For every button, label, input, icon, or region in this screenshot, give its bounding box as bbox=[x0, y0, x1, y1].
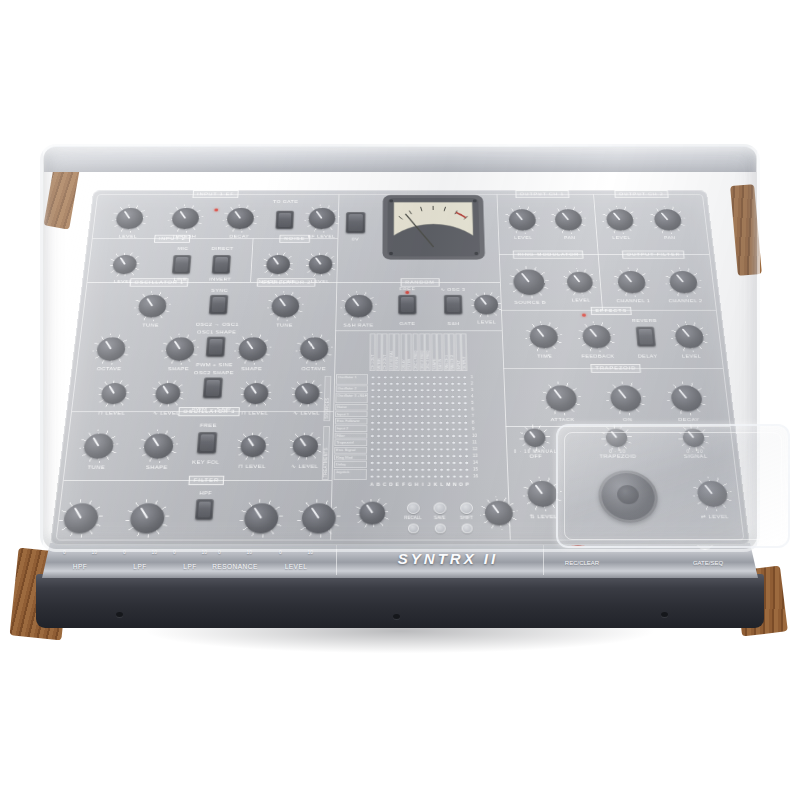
knob-label: OCTAVE bbox=[96, 366, 121, 371]
pwm-saw-label: PWM ↔ SAW bbox=[192, 406, 231, 411]
matrix-row-label: Oscillator 2 bbox=[336, 386, 368, 392]
matrix-row-number: 14 bbox=[473, 460, 483, 467]
section-header-noise: NOISE bbox=[279, 235, 309, 243]
knob-label: LEVEL bbox=[612, 235, 631, 239]
product-photo-scene: 010HPF 010LPF 010LPF 010RESONANCE 010LEV… bbox=[0, 0, 800, 800]
knob-cap bbox=[555, 209, 583, 230]
knob-osc1-level-sine[interactable]: ∿ LEVEL bbox=[155, 383, 181, 404]
invert-label: INVERT bbox=[209, 277, 231, 281]
section-header-effects: EFFECTS bbox=[591, 307, 632, 315]
section-header-output-filter: OUTPUT FILTER bbox=[622, 251, 685, 259]
knob-fx-level[interactable]: LEVEL bbox=[674, 325, 704, 348]
knob-cap bbox=[566, 272, 593, 293]
sh-label: S&H bbox=[447, 321, 460, 326]
mic-label: MIC bbox=[177, 246, 188, 250]
matrix-column-headers: CH 1 OUTMETERCH 2 OUTENV SIGNALREVERBDEL… bbox=[370, 334, 468, 372]
key-fol-label: KEY FOL bbox=[192, 460, 220, 465]
knob-label: TUNE bbox=[276, 323, 293, 328]
section-header-random: RANDOM bbox=[401, 278, 440, 286]
free-keyfol-switch[interactable] bbox=[197, 432, 218, 454]
knob-cap bbox=[545, 385, 577, 411]
knob-fx-time[interactable]: TIME bbox=[529, 325, 558, 348]
switch-rocker bbox=[209, 339, 223, 355]
knob-label: LEVEL bbox=[477, 320, 496, 325]
knob-label: LEVEL bbox=[113, 279, 132, 283]
matrix-column-letter: P bbox=[464, 482, 471, 488]
osc1-shape-switch[interactable] bbox=[206, 337, 226, 357]
hpf-label: HPF bbox=[199, 490, 212, 495]
divider bbox=[335, 330, 502, 331]
section-header-filter: FILTER bbox=[188, 476, 224, 485]
screw bbox=[116, 612, 123, 617]
matrix-row-label: Oscillator 3 +S&H bbox=[335, 393, 367, 404]
matrix-column-label: OSC 1 FREQ bbox=[413, 334, 418, 372]
switch-rocker bbox=[212, 297, 226, 312]
matrix-column-label: CH 1 OUT bbox=[370, 334, 376, 372]
knob-label: EF LEVEL bbox=[307, 234, 335, 238]
preset-button[interactable] bbox=[435, 524, 446, 534]
filter-scale-lpf1: 010LPF bbox=[115, 549, 165, 573]
direct-invert-switch[interactable] bbox=[212, 255, 231, 274]
led-indicator bbox=[405, 291, 409, 294]
rec-clear-label: REC/CLEAR bbox=[565, 560, 599, 566]
knob-outfilter-ch2[interactable]: CHANNEL 2 bbox=[669, 271, 699, 293]
knob-cap bbox=[509, 209, 537, 230]
knob-sh-rate[interactable]: S&H RATE bbox=[345, 295, 373, 318]
knob-osc1-tune[interactable]: TUNE bbox=[138, 295, 168, 318]
knob-joystick-level-v[interactable]: ⇅ LEVEL bbox=[527, 481, 558, 507]
knob-osc1-shape[interactable]: SHAPE bbox=[165, 337, 195, 360]
matrix-row-label: Input 1 bbox=[335, 411, 368, 417]
matrix-column-label: REVERB bbox=[395, 334, 400, 372]
direct-label: DIRECT bbox=[211, 246, 233, 250]
matrix-column-label: DELAY bbox=[401, 334, 406, 372]
led-indicator bbox=[214, 209, 218, 212]
knob-fx-feedback[interactable]: FEEDBACK bbox=[582, 325, 612, 348]
line-label: LINE bbox=[173, 277, 187, 281]
save-button[interactable] bbox=[433, 502, 446, 513]
knob-noise-tone[interactable]: NOISE TONE bbox=[266, 255, 290, 274]
knob-cap bbox=[582, 325, 612, 348]
knob-label: TUNE bbox=[142, 323, 159, 328]
off-scale: 0 · 10 MANUALOFF bbox=[504, 449, 566, 458]
matrix-row-label: Noise bbox=[335, 404, 367, 410]
matrix-row-number: 15 bbox=[473, 466, 483, 473]
mic-line-switch[interactable] bbox=[172, 255, 192, 274]
reverb-label: REVERB bbox=[632, 318, 657, 323]
matrix-row-labels: Oscillator 1Oscillator 2Oscillator 3 +S&… bbox=[334, 374, 368, 480]
knob-label: ON bbox=[623, 417, 633, 422]
knob-osc3-level-pulse[interactable]: ⊓ LEVEL bbox=[240, 435, 266, 457]
knob-label: FEEDBACK bbox=[581, 354, 615, 359]
joystick[interactable] bbox=[597, 471, 660, 523]
matrix-column-label: FILTER bbox=[407, 334, 412, 372]
random-free-label: FREE bbox=[399, 287, 415, 291]
save-label: SAVE bbox=[434, 516, 446, 520]
matrix-row-number: 13 bbox=[473, 453, 483, 460]
lip-seam bbox=[336, 545, 337, 575]
matrix-row-number: 10 bbox=[472, 433, 482, 440]
matrix-row-label: Joystick bbox=[334, 469, 367, 480]
matrix-row-label: Filter bbox=[335, 432, 368, 438]
knob-preset-left[interactable] bbox=[359, 502, 385, 525]
knob-label: LEVEL bbox=[311, 279, 330, 283]
sync-label: SYNC bbox=[211, 288, 228, 292]
switch-rocker bbox=[401, 297, 414, 312]
knob-label: ⇅ LEVEL bbox=[529, 513, 557, 519]
knob-seq-off[interactable] bbox=[524, 429, 546, 447]
knob-ef-level[interactable]: EF LEVEL bbox=[308, 208, 335, 229]
matrix-row-number: 16 bbox=[473, 473, 483, 480]
knob-seq-signal[interactable] bbox=[682, 429, 705, 447]
matrix-column-label: PAN CH 2 bbox=[449, 334, 455, 372]
knob-trap-attack[interactable]: ATTACK bbox=[545, 385, 577, 411]
knob-joystick-level-h[interactable]: ⇄ LEVEL bbox=[696, 481, 728, 507]
knob-osc1-octave[interactable]: OCTAVE bbox=[96, 337, 126, 360]
section-header-input1ef: INPUT 1 EF bbox=[192, 190, 238, 198]
matrix-column-label: OSC 2 FREQ bbox=[419, 334, 424, 372]
knob-label: DECAY bbox=[678, 417, 700, 422]
matrix-row-numbers: 12345678910111213141516 bbox=[471, 374, 484, 480]
vu-meter bbox=[382, 195, 486, 260]
matrix-column-label: ENV SIGNAL bbox=[388, 334, 393, 372]
knob-filter-hpf[interactable] bbox=[62, 503, 99, 533]
osc3-sine-label: ∿ OSC 3 bbox=[440, 287, 465, 292]
knob-cap bbox=[527, 481, 558, 507]
knob-label: ⇄ LEVEL bbox=[701, 513, 730, 519]
switch-rocker bbox=[639, 329, 653, 344]
section-header-trapezoid: TRAPEZOID bbox=[591, 364, 642, 373]
knob-label: TIME bbox=[537, 354, 552, 359]
knob-osc3-tune[interactable]: TUNE bbox=[83, 434, 115, 459]
cover-back-rim bbox=[44, 146, 756, 172]
divider bbox=[593, 195, 598, 255]
knob-input1-decay[interactable]: DECAY bbox=[226, 208, 254, 229]
knob-label: LEVEL bbox=[571, 298, 590, 303]
led-indicator bbox=[582, 314, 586, 317]
matrix-row-label: Ring Mod bbox=[334, 454, 367, 460]
front-edge-strip: 010HPF 010LPF 010LPF 010RESONANCE 010LEV… bbox=[42, 543, 758, 578]
knob-ch2-pan[interactable]: PAN bbox=[653, 209, 682, 230]
knob-filter-level[interactable] bbox=[301, 503, 336, 533]
shift-label: SHIFT bbox=[460, 516, 473, 520]
matrix-column-label: OSC 3 FREQ bbox=[425, 334, 431, 372]
knob-cap bbox=[474, 295, 498, 315]
knob-cap bbox=[485, 501, 514, 526]
sh-switch[interactable] bbox=[444, 295, 463, 315]
wood-cheek-top-right bbox=[730, 184, 762, 276]
knob-cap bbox=[605, 429, 628, 447]
knob-filter-resonance[interactable] bbox=[244, 503, 279, 533]
osc2-shape-switch[interactable] bbox=[203, 377, 223, 398]
knob-preset-right[interactable] bbox=[485, 501, 514, 526]
osc2-to-osc1-label: OSC2 → OSC1 bbox=[196, 322, 239, 327]
knob-label: SHAPE bbox=[241, 366, 262, 371]
knob-label: CHANNEL 2 bbox=[668, 299, 702, 304]
matrix-row-label: Env. Signal bbox=[334, 447, 367, 453]
matrix-row-label: Delay bbox=[334, 461, 367, 467]
knob-osc3-level-sine[interactable]: ∿ LEVEL bbox=[292, 435, 318, 457]
zero-v-switch[interactable] bbox=[346, 212, 366, 233]
signal-scale: 0 · 10SIGNAL bbox=[664, 449, 727, 458]
knob-trap-on[interactable]: ON bbox=[610, 385, 643, 411]
switch-rocker bbox=[206, 380, 220, 396]
knob-ch1-pan[interactable]: PAN bbox=[555, 209, 583, 230]
section-header-output-ch1: OUTPUT CH 1 bbox=[515, 190, 569, 198]
section-header-output-ch2: OUTPUT CH 2 bbox=[614, 190, 668, 198]
knob-cap bbox=[359, 502, 385, 525]
knob-seq-trapezoid[interactable] bbox=[605, 429, 628, 447]
knob-label: ATTACK bbox=[550, 417, 574, 422]
knob-source-b[interactable]: SOURCE B bbox=[513, 270, 545, 295]
divider bbox=[598, 254, 603, 310]
knob-outfilter-ch1[interactable]: CHANNEL 1 bbox=[617, 271, 646, 293]
knob-osc3-shape[interactable]: SHAPE bbox=[143, 434, 174, 459]
knob-random-level[interactable]: LEVEL bbox=[474, 295, 498, 315]
knob-label: ⊓ LEVEL bbox=[98, 410, 125, 416]
knob-label: ∿ LEVEL bbox=[293, 410, 320, 416]
switch-rocker bbox=[447, 297, 460, 312]
knob-label: CHANNEL 1 bbox=[616, 299, 650, 304]
hpf-switch[interactable] bbox=[195, 499, 214, 520]
screw bbox=[393, 614, 400, 619]
knob-ch1-level[interactable]: LEVEL bbox=[509, 209, 537, 230]
knob-label: NOISE TONE bbox=[259, 279, 296, 283]
matrix-row-number: 11 bbox=[472, 439, 482, 446]
recall-label: RECALL bbox=[404, 516, 421, 520]
knob-label: LEVEL bbox=[682, 354, 702, 359]
section-header-ring-mod: RING MODULATOR bbox=[513, 251, 584, 259]
filter-scale-hpf: 010HPF bbox=[55, 549, 105, 573]
knob-filter-lpf[interactable] bbox=[129, 503, 165, 533]
knob-label: DECAY bbox=[229, 234, 249, 238]
knob-label: ⊓ LEVEL bbox=[242, 410, 269, 416]
divider bbox=[250, 238, 253, 282]
knob-ringmod-level[interactable]: LEVEL bbox=[566, 272, 593, 293]
gate-label: GATE bbox=[399, 321, 415, 326]
knob-input2-level[interactable]: LEVEL bbox=[112, 255, 137, 274]
screw bbox=[661, 612, 668, 617]
knob-osc1-level-pulse[interactable]: ⊓ LEVEL bbox=[100, 383, 127, 404]
knob-label: TUNE bbox=[87, 465, 105, 470]
matrix-row-label: Oscillator 1 bbox=[336, 374, 368, 385]
matrix-column-label: S&H IN bbox=[437, 334, 443, 372]
knob-label: SOURCE B bbox=[514, 300, 546, 305]
filter-scale-level: 010LEVEL bbox=[271, 549, 321, 573]
gate-switch[interactable] bbox=[398, 295, 416, 315]
switch-rocker bbox=[215, 257, 229, 272]
shift-button[interactable] bbox=[460, 502, 473, 513]
knob-label: LEVEL bbox=[514, 235, 533, 239]
knob-input1-level[interactable]: LEVEL bbox=[115, 208, 144, 229]
matrix-row-number: 9 bbox=[472, 426, 482, 433]
knob-osc2-octave[interactable]: OCTAVE bbox=[300, 337, 329, 360]
knob-cap bbox=[529, 325, 558, 348]
knob-label: ∿ LEVEL bbox=[153, 410, 180, 416]
knob-cap bbox=[345, 295, 373, 318]
knob-osc2-level-pulse[interactable]: ⊓ LEVEL bbox=[243, 383, 269, 404]
knob-trap-decay[interactable]: DECAY bbox=[670, 385, 703, 411]
pin-matrix-grid[interactable] bbox=[369, 374, 471, 480]
knob-osc2-shape[interactable]: SHAPE bbox=[238, 337, 267, 360]
switch-rocker bbox=[348, 214, 362, 231]
knob-cap bbox=[513, 270, 545, 295]
osc1-shape-label: OSC1 SHAPE bbox=[197, 330, 237, 335]
free-label: FREE bbox=[200, 423, 217, 428]
knob-label: S&H RATE bbox=[343, 323, 373, 328]
matrix-row-label: Trapezoid bbox=[334, 440, 367, 446]
divider bbox=[330, 195, 339, 540]
matrix-row-label: Env. Follower bbox=[335, 418, 368, 424]
knob-label: SHAPE bbox=[146, 465, 168, 470]
knob-cap bbox=[524, 429, 546, 447]
switch-rocker bbox=[278, 213, 291, 227]
switch-rocker bbox=[200, 434, 215, 451]
knob-label: LEVEL bbox=[118, 234, 137, 238]
matrix-column-label: OUTPUT bbox=[462, 334, 468, 372]
chassis-front bbox=[36, 574, 764, 628]
lip-seam bbox=[543, 545, 544, 575]
knob-osc2-tune[interactable]: TUNE bbox=[271, 295, 299, 318]
switch-rocker bbox=[175, 257, 189, 272]
trapezoid-scale: 0 · 10TRAPEZOID bbox=[587, 449, 650, 458]
matrix-column-label: METER bbox=[376, 334, 381, 372]
treatments-label: TREATMENTS bbox=[322, 426, 330, 480]
knob-osc2-level-saw[interactable]: ∿ LEVEL bbox=[294, 383, 319, 404]
knob-label: ⊓ LEVEL bbox=[238, 463, 265, 469]
delay-label: DELAY bbox=[637, 354, 657, 359]
matrix-column-label: SHAPE bbox=[431, 334, 437, 372]
to-gate-label: TO GATE bbox=[273, 200, 298, 204]
reverb-delay-switch[interactable] bbox=[636, 327, 656, 347]
knob-noise-level[interactable]: LEVEL bbox=[309, 255, 333, 274]
knob-label: PAN bbox=[664, 235, 676, 239]
sources-label: SOURCES bbox=[323, 376, 331, 421]
pwm-sine-label: PWM + SINE bbox=[196, 362, 233, 367]
switch-rocker bbox=[198, 502, 211, 518]
knob-label: THRESH bbox=[172, 234, 197, 238]
recall-button[interactable] bbox=[407, 502, 420, 513]
knob-label: OCTAVE bbox=[301, 366, 326, 371]
matrix-column-letters: ABCDEFGHIJKLMNOP bbox=[369, 482, 471, 488]
knob-input1-thresh[interactable]: THRESH bbox=[171, 208, 199, 229]
preset-button[interactable] bbox=[408, 524, 419, 534]
knob-label: SHAPE bbox=[168, 366, 189, 371]
sync-switch[interactable] bbox=[209, 295, 229, 315]
osc2-shape-label: OSC2 SHAPE bbox=[194, 370, 234, 375]
gate-seq-label: GATE/SEQ bbox=[693, 560, 723, 566]
knob-label: PAN bbox=[564, 235, 576, 239]
preset-button[interactable] bbox=[462, 524, 473, 534]
to-gate-switch[interactable] bbox=[275, 211, 294, 229]
knob-label: ∿ LEVEL bbox=[291, 463, 319, 469]
zero-v-label: 0V bbox=[352, 237, 359, 241]
matrix-row-number: 12 bbox=[472, 446, 482, 453]
filter-scale-lpf2: 010LPF bbox=[165, 549, 215, 573]
filter-scale-resonance: 010RESONANCE bbox=[210, 549, 260, 573]
top-panel: INPUT 1 EF INPUT 2 NOISE OSCILLATOR 1 OS… bbox=[50, 190, 750, 545]
matrix-column-label: CH 2 OUT bbox=[382, 334, 387, 372]
brand-logo: SYNTRX II bbox=[358, 550, 538, 567]
matrix-row-label: Input 2 bbox=[335, 425, 368, 431]
knob-ch2-level[interactable]: LEVEL bbox=[606, 209, 634, 230]
